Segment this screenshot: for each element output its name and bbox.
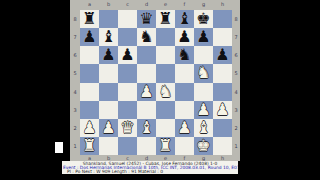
square-e7[interactable] xyxy=(156,28,175,46)
file-label-a: a xyxy=(80,0,99,10)
piece-black-pawn-c6[interactable]: ♟ xyxy=(120,47,134,63)
rank-label-2: 2 xyxy=(70,119,80,137)
square-d1[interactable] xyxy=(137,137,156,155)
rank-label-4: 4 xyxy=(232,83,240,101)
square-f1[interactable] xyxy=(175,137,194,155)
square-h8[interactable] xyxy=(213,10,232,28)
rank-label-2: 2 xyxy=(232,119,240,137)
rank-label-6: 6 xyxy=(70,46,80,64)
rank-label-3: 3 xyxy=(232,101,240,119)
piece-white-rook-a1[interactable]: ♜ xyxy=(82,138,96,154)
video-artifact xyxy=(55,142,63,153)
square-c4[interactable] xyxy=(118,83,137,101)
piece-white-knight-e4[interactable]: ♞ xyxy=(158,84,172,100)
square-f4[interactable] xyxy=(175,83,194,101)
square-g5[interactable]: ♞ xyxy=(194,64,213,82)
square-e8[interactable]: ♜ xyxy=(156,10,175,28)
square-e5[interactable] xyxy=(156,64,175,82)
piece-black-queen-d8[interactable]: ♛ xyxy=(139,11,153,27)
square-h5[interactable] xyxy=(213,64,232,82)
piece-white-pawn-b2[interactable]: ♟ xyxy=(101,120,115,136)
square-g4[interactable] xyxy=(194,83,213,101)
square-g8[interactable]: ♚ xyxy=(194,10,213,28)
square-b7[interactable]: ♝ xyxy=(99,28,118,46)
square-g3[interactable]: ♟ xyxy=(194,101,213,119)
rank-label-7: 7 xyxy=(70,28,80,46)
square-b1[interactable] xyxy=(99,137,118,155)
file-label-b: b xyxy=(99,0,118,10)
square-h7[interactable] xyxy=(213,28,232,46)
square-e4[interactable]: ♞ xyxy=(156,83,175,101)
piece-white-bishop-d2[interactable]: ♝ xyxy=(139,120,153,136)
rank-label-4: 4 xyxy=(70,83,80,101)
rank-label-6: 6 xyxy=(232,46,240,64)
square-d6[interactable] xyxy=(137,46,156,64)
square-d4[interactable]: ♟ xyxy=(137,83,156,101)
file-label-g: g xyxy=(194,0,213,10)
file-label-h: h xyxy=(213,0,232,10)
rank-labels-left: 87654321 xyxy=(70,10,80,155)
square-b6[interactable]: ♟ xyxy=(99,46,118,64)
rank-label-1: 1 xyxy=(70,137,80,155)
square-c6[interactable]: ♟ xyxy=(118,46,137,64)
square-d5[interactable] xyxy=(137,64,156,82)
piece-black-knight-d7[interactable]: ♞ xyxy=(139,29,153,45)
square-f8[interactable]: ♝ xyxy=(175,10,194,28)
square-h4[interactable] xyxy=(213,83,232,101)
square-e2[interactable] xyxy=(156,119,175,137)
square-a5[interactable] xyxy=(80,64,99,82)
square-f5[interactable] xyxy=(175,64,194,82)
game-info-panel: Shankland, Samuel (2452) - Cubas, Jose F… xyxy=(62,161,238,174)
piece-black-bishop-f8[interactable]: ♝ xyxy=(177,11,191,27)
rank-label-8: 8 xyxy=(232,10,240,28)
square-a7[interactable]: ♟ xyxy=(80,28,99,46)
square-a6[interactable] xyxy=(80,46,99,64)
square-c8[interactable] xyxy=(118,10,137,28)
piece-black-pawn-h6[interactable]: ♟ xyxy=(215,47,229,63)
file-label-e: e xyxy=(156,0,175,10)
piece-white-queen-c2[interactable]: ♛ xyxy=(120,120,134,136)
square-c7[interactable] xyxy=(118,28,137,46)
square-b4[interactable] xyxy=(99,83,118,101)
square-a1[interactable]: ♜ xyxy=(80,137,99,155)
board: ♜♛♜♝♚♟♝♞♟♟♟♟♞♟♞♟♞♟♟♟♟♛♝♟♝♜♜♚ xyxy=(80,10,232,155)
rank-label-1: 1 xyxy=(232,137,240,155)
square-h2[interactable] xyxy=(213,119,232,137)
square-h6[interactable]: ♟ xyxy=(213,46,232,64)
rank-label-3: 3 xyxy=(70,101,80,119)
piece-black-pawn-f7[interactable]: ♟ xyxy=(177,29,191,45)
piece-white-pawn-a2[interactable]: ♟ xyxy=(82,120,96,136)
piece-black-pawn-b6[interactable]: ♟ xyxy=(101,47,115,63)
piece-black-king-g8[interactable]: ♚ xyxy=(196,11,210,27)
square-d3[interactable] xyxy=(137,101,156,119)
rank-labels-right: 87654321 xyxy=(232,10,240,155)
square-e1[interactable]: ♜ xyxy=(156,137,175,155)
square-d8[interactable]: ♛ xyxy=(137,10,156,28)
file-label-f: f xyxy=(175,0,194,10)
piece-white-bishop-g2[interactable]: ♝ xyxy=(196,120,210,136)
square-h1[interactable] xyxy=(213,137,232,155)
piece-white-pawn-h3[interactable]: ♟ xyxy=(215,102,229,118)
video-frame: abcdefgh 87654321 ♜♛♜♝♚♟♝♞♟♟♟♟♞♟♞♟♞♟♟♟♟♛… xyxy=(0,0,320,180)
piece-black-pawn-a7[interactable]: ♟ xyxy=(82,29,96,45)
piece-white-king-g1[interactable]: ♚ xyxy=(196,138,210,154)
file-label-c: c xyxy=(118,0,137,10)
file-labels-top: abcdefgh xyxy=(80,0,232,10)
square-a2[interactable]: ♟ xyxy=(80,119,99,137)
square-c5[interactable] xyxy=(118,64,137,82)
square-a4[interactable] xyxy=(80,83,99,101)
chess-gui-frame: abcdefgh 87654321 ♜♛♜♝♚♟♝♞♟♟♟♟♞♟♞♟♞♟♟♟♟♛… xyxy=(70,0,240,161)
rank-label-5: 5 xyxy=(70,64,80,82)
square-f6[interactable]: ♞ xyxy=(175,46,194,64)
square-b3[interactable] xyxy=(99,101,118,119)
square-f3[interactable] xyxy=(175,101,194,119)
square-g1[interactable]: ♚ xyxy=(194,137,213,155)
rank-label-7: 7 xyxy=(232,28,240,46)
square-b8[interactable] xyxy=(99,10,118,28)
square-e3[interactable] xyxy=(156,101,175,119)
piece-black-pawn-g7[interactable]: ♟ xyxy=(196,29,210,45)
piece-black-rook-e8[interactable]: ♜ xyxy=(158,11,172,27)
square-g2[interactable]: ♝ xyxy=(194,119,213,137)
piece-black-knight-f6[interactable]: ♞ xyxy=(177,47,191,63)
square-a3[interactable] xyxy=(80,101,99,119)
square-g7[interactable]: ♟ xyxy=(194,28,213,46)
piece-white-pawn-d4[interactable]: ♟ xyxy=(139,84,153,100)
square-f2[interactable]: ♟ xyxy=(175,119,194,137)
piece-white-pawn-f2[interactable]: ♟ xyxy=(177,120,191,136)
square-g6[interactable] xyxy=(194,46,213,64)
square-c2[interactable]: ♛ xyxy=(118,119,137,137)
square-f7[interactable]: ♟ xyxy=(175,28,194,46)
piece-white-pawn-g3[interactable]: ♟ xyxy=(196,102,210,118)
square-h3[interactable]: ♟ xyxy=(213,101,232,119)
square-c1[interactable] xyxy=(118,137,137,155)
rank-label-8: 8 xyxy=(70,10,80,28)
square-e6[interactable] xyxy=(156,46,175,64)
square-d2[interactable]: ♝ xyxy=(137,119,156,137)
square-b5[interactable] xyxy=(99,64,118,82)
file-label-d: d xyxy=(137,0,156,10)
square-b2[interactable]: ♟ xyxy=(99,119,118,137)
square-a8[interactable]: ♜ xyxy=(80,10,99,28)
square-c3[interactable] xyxy=(118,101,137,119)
rank-label-5: 5 xyxy=(232,64,240,82)
piece-black-rook-a8[interactable]: ♜ xyxy=(82,11,96,27)
stats-line: Pl : Po Next : W 909 Length : 91 Materia… xyxy=(62,170,238,174)
piece-white-knight-g5[interactable]: ♞ xyxy=(196,65,210,81)
piece-black-bishop-b7[interactable]: ♝ xyxy=(101,29,115,45)
piece-white-rook-e1[interactable]: ♜ xyxy=(158,138,172,154)
square-d7[interactable]: ♞ xyxy=(137,28,156,46)
